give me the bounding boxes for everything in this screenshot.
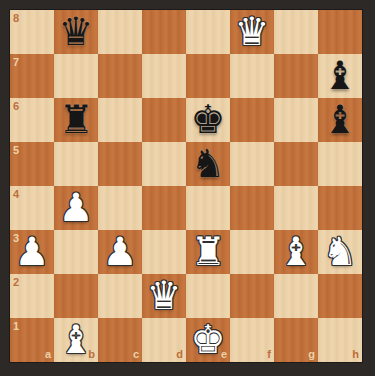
square-c2[interactable] xyxy=(98,274,142,318)
square-f7[interactable] xyxy=(230,54,274,98)
square-h3[interactable]: ♞ xyxy=(318,230,362,274)
square-f1[interactable]: f xyxy=(230,318,274,362)
square-d4[interactable] xyxy=(142,186,186,230)
square-b5[interactable] xyxy=(54,142,98,186)
square-h2[interactable] xyxy=(318,274,362,318)
square-e7[interactable] xyxy=(186,54,230,98)
square-g3[interactable]: ♝ xyxy=(274,230,318,274)
square-b2[interactable] xyxy=(54,274,98,318)
square-e2[interactable] xyxy=(186,274,230,318)
square-a2[interactable]: 2 xyxy=(10,274,54,318)
square-h1[interactable]: h xyxy=(318,318,362,362)
square-e5[interactable]: ♞ xyxy=(186,142,230,186)
square-d2[interactable]: ♛ xyxy=(142,274,186,318)
square-g1[interactable]: g xyxy=(274,318,318,362)
square-b6[interactable]: ♜ xyxy=(54,98,98,142)
square-a8[interactable]: 8 xyxy=(10,10,54,54)
file-label-f: f xyxy=(267,349,271,360)
square-b7[interactable] xyxy=(54,54,98,98)
piece-black-rook[interactable]: ♜ xyxy=(54,97,98,141)
piece-black-knight[interactable]: ♞ xyxy=(186,141,230,185)
file-label-a: a xyxy=(45,349,51,360)
square-d1[interactable]: d xyxy=(142,318,186,362)
square-f5[interactable] xyxy=(230,142,274,186)
piece-black-king[interactable]: ♚ xyxy=(186,97,230,141)
piece-white-rook[interactable]: ♜ xyxy=(186,229,230,273)
square-a1[interactable]: 1a xyxy=(10,318,54,362)
square-c7[interactable] xyxy=(98,54,142,98)
piece-white-bishop[interactable]: ♝ xyxy=(54,317,98,361)
square-f6[interactable] xyxy=(230,98,274,142)
square-a3[interactable]: 3♟ xyxy=(10,230,54,274)
rank-label-2: 2 xyxy=(13,277,19,288)
square-a7[interactable]: 7 xyxy=(10,54,54,98)
square-h8[interactable] xyxy=(318,10,362,54)
square-e6[interactable]: ♚ xyxy=(186,98,230,142)
rank-label-8: 8 xyxy=(13,13,19,24)
piece-white-knight[interactable]: ♞ xyxy=(318,229,362,273)
piece-white-bishop[interactable]: ♝ xyxy=(274,229,318,273)
square-a4[interactable]: 4 xyxy=(10,186,54,230)
square-b1[interactable]: b♝ xyxy=(54,318,98,362)
square-h7[interactable]: ♝ xyxy=(318,54,362,98)
square-g2[interactable] xyxy=(274,274,318,318)
file-label-d: d xyxy=(176,349,183,360)
square-c6[interactable] xyxy=(98,98,142,142)
piece-white-pawn[interactable]: ♟ xyxy=(98,229,142,273)
square-d3[interactable] xyxy=(142,230,186,274)
rank-label-7: 7 xyxy=(13,57,19,68)
piece-white-queen[interactable]: ♛ xyxy=(230,9,274,53)
file-label-g: g xyxy=(308,349,315,360)
square-e3[interactable]: ♜ xyxy=(186,230,230,274)
rank-label-6: 6 xyxy=(13,101,19,112)
square-d8[interactable] xyxy=(142,10,186,54)
square-d6[interactable] xyxy=(142,98,186,142)
square-e4[interactable] xyxy=(186,186,230,230)
square-f2[interactable] xyxy=(230,274,274,318)
square-a6[interactable]: 6 xyxy=(10,98,54,142)
piece-white-king[interactable]: ♚ xyxy=(186,317,230,361)
square-h6[interactable]: ♝ xyxy=(318,98,362,142)
square-f3[interactable] xyxy=(230,230,274,274)
chess-board: 8♛♛7♝6♜♚♝5♞4♟3♟♟♜♝♞2♛1ab♝cde♚fgh xyxy=(10,10,362,362)
square-c8[interactable] xyxy=(98,10,142,54)
rank-label-5: 5 xyxy=(13,145,19,156)
square-b4[interactable]: ♟ xyxy=(54,186,98,230)
square-g5[interactable] xyxy=(274,142,318,186)
piece-black-bishop[interactable]: ♝ xyxy=(318,53,362,97)
square-f8[interactable]: ♛ xyxy=(230,10,274,54)
square-c5[interactable] xyxy=(98,142,142,186)
piece-black-queen[interactable]: ♛ xyxy=(54,9,98,53)
rank-label-4: 4 xyxy=(13,189,19,200)
piece-white-pawn[interactable]: ♟ xyxy=(54,185,98,229)
square-c1[interactable]: c xyxy=(98,318,142,362)
square-b3[interactable] xyxy=(54,230,98,274)
file-label-h: h xyxy=(352,349,359,360)
square-e1[interactable]: e♚ xyxy=(186,318,230,362)
square-d7[interactable] xyxy=(142,54,186,98)
square-b8[interactable]: ♛ xyxy=(54,10,98,54)
rank-label-1: 1 xyxy=(13,321,19,332)
square-g8[interactable] xyxy=(274,10,318,54)
piece-black-bishop[interactable]: ♝ xyxy=(318,97,362,141)
square-h5[interactable] xyxy=(318,142,362,186)
square-g7[interactable] xyxy=(274,54,318,98)
piece-white-pawn[interactable]: ♟ xyxy=(10,229,54,273)
file-label-c: c xyxy=(133,349,139,360)
square-c4[interactable] xyxy=(98,186,142,230)
square-g6[interactable] xyxy=(274,98,318,142)
page-background: { "game": "chess", "position": { "fen": … xyxy=(0,0,375,376)
square-d5[interactable] xyxy=(142,142,186,186)
square-f4[interactable] xyxy=(230,186,274,230)
square-e8[interactable] xyxy=(186,10,230,54)
square-c3[interactable]: ♟ xyxy=(98,230,142,274)
piece-white-queen[interactable]: ♛ xyxy=(142,273,186,317)
square-a5[interactable]: 5 xyxy=(10,142,54,186)
square-g4[interactable] xyxy=(274,186,318,230)
square-h4[interactable] xyxy=(318,186,362,230)
